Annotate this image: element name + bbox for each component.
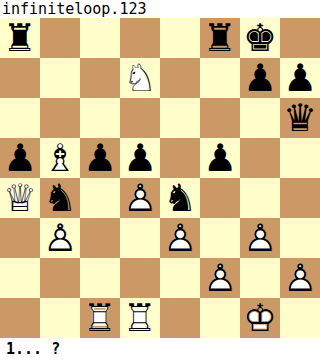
square-f3[interactable] xyxy=(200,218,240,258)
piece-white-rook: ♖ xyxy=(80,298,120,338)
piece-white-king: ♔ xyxy=(240,298,280,338)
square-h2[interactable]: ♟♙ xyxy=(280,258,320,298)
square-b7[interactable] xyxy=(40,58,80,98)
square-c7[interactable] xyxy=(80,58,120,98)
square-h1[interactable] xyxy=(280,298,320,338)
square-h4[interactable] xyxy=(280,178,320,218)
square-a4[interactable]: ♛♕ xyxy=(0,178,40,218)
piece-white-rook: ♖ xyxy=(120,298,160,338)
square-d1[interactable]: ♜♖ xyxy=(120,298,160,338)
square-f2[interactable]: ♟♙ xyxy=(200,258,240,298)
square-a1[interactable] xyxy=(0,298,40,338)
piece-black-queen: ♛ xyxy=(280,98,320,138)
square-b8[interactable] xyxy=(40,18,80,58)
square-a3[interactable] xyxy=(0,218,40,258)
square-f5[interactable]: ♟ xyxy=(200,138,240,178)
square-g8[interactable]: ♚ xyxy=(240,18,280,58)
square-g7[interactable]: ♟ xyxy=(240,58,280,98)
square-g5[interactable] xyxy=(240,138,280,178)
square-d8[interactable] xyxy=(120,18,160,58)
square-e1[interactable] xyxy=(160,298,200,338)
chess-board: ♜♜♚♞♘♟♟♛♟♝♗♟♟♟♛♕♞♟♙♞♟♙♟♙♟♙♟♙♟♙♜♖♜♖♚♔ xyxy=(0,18,320,338)
square-c2[interactable] xyxy=(80,258,120,298)
square-g1[interactable]: ♚♔ xyxy=(240,298,280,338)
square-d7[interactable]: ♞♘ xyxy=(120,58,160,98)
square-e2[interactable] xyxy=(160,258,200,298)
square-f4[interactable] xyxy=(200,178,240,218)
square-f6[interactable] xyxy=(200,98,240,138)
square-f1[interactable] xyxy=(200,298,240,338)
piece-white-pawn: ♙ xyxy=(120,178,160,218)
square-b2[interactable] xyxy=(40,258,80,298)
piece-black-knight: ♞ xyxy=(160,178,200,218)
square-b1[interactable] xyxy=(40,298,80,338)
square-g2[interactable] xyxy=(240,258,280,298)
square-b4[interactable]: ♞ xyxy=(40,178,80,218)
square-a2[interactable] xyxy=(0,258,40,298)
square-b3[interactable]: ♟♙ xyxy=(40,218,80,258)
square-c3[interactable] xyxy=(80,218,120,258)
square-g6[interactable] xyxy=(240,98,280,138)
piece-white-pawn: ♙ xyxy=(40,218,80,258)
square-e6[interactable] xyxy=(160,98,200,138)
square-d6[interactable] xyxy=(120,98,160,138)
square-a8[interactable]: ♜ xyxy=(0,18,40,58)
square-d3[interactable] xyxy=(120,218,160,258)
piece-white-pawn: ♙ xyxy=(160,218,200,258)
square-a5[interactable]: ♟ xyxy=(0,138,40,178)
square-d4[interactable]: ♟♙ xyxy=(120,178,160,218)
piece-white-queen: ♕ xyxy=(0,178,40,218)
piece-white-pawn: ♙ xyxy=(200,258,240,298)
piece-black-pawn: ♟ xyxy=(120,138,160,178)
piece-white-pawn: ♙ xyxy=(280,258,320,298)
square-h6[interactable]: ♛ xyxy=(280,98,320,138)
square-e4[interactable]: ♞ xyxy=(160,178,200,218)
piece-black-rook: ♜ xyxy=(0,18,40,58)
piece-black-pawn: ♟ xyxy=(0,138,40,178)
square-h5[interactable] xyxy=(280,138,320,178)
square-e5[interactable] xyxy=(160,138,200,178)
square-a6[interactable] xyxy=(0,98,40,138)
piece-white-knight: ♘ xyxy=(120,58,160,98)
piece-black-pawn: ♟ xyxy=(80,138,120,178)
piece-black-rook: ♜ xyxy=(200,18,240,58)
square-g3[interactable]: ♟♙ xyxy=(240,218,280,258)
square-b6[interactable] xyxy=(40,98,80,138)
square-b5[interactable]: ♝♗ xyxy=(40,138,80,178)
square-h3[interactable] xyxy=(280,218,320,258)
square-d2[interactable] xyxy=(120,258,160,298)
piece-black-king: ♚ xyxy=(240,18,280,58)
square-f8[interactable]: ♜ xyxy=(200,18,240,58)
piece-white-pawn: ♙ xyxy=(240,218,280,258)
piece-black-pawn: ♟ xyxy=(280,58,320,98)
square-h7[interactable]: ♟ xyxy=(280,58,320,98)
square-c6[interactable] xyxy=(80,98,120,138)
square-c8[interactable] xyxy=(80,18,120,58)
square-e7[interactable] xyxy=(160,58,200,98)
piece-white-bishop: ♗ xyxy=(40,138,80,178)
square-f7[interactable] xyxy=(200,58,240,98)
move-prompt: 1... ? xyxy=(0,338,320,360)
square-c5[interactable]: ♟ xyxy=(80,138,120,178)
square-c4[interactable] xyxy=(80,178,120,218)
square-a7[interactable] xyxy=(0,58,40,98)
piece-black-pawn: ♟ xyxy=(200,138,240,178)
square-g4[interactable] xyxy=(240,178,280,218)
square-c1[interactable]: ♜♖ xyxy=(80,298,120,338)
square-e3[interactable]: ♟♙ xyxy=(160,218,200,258)
piece-black-pawn: ♟ xyxy=(240,58,280,98)
square-d5[interactable]: ♟ xyxy=(120,138,160,178)
square-e8[interactable] xyxy=(160,18,200,58)
piece-black-knight: ♞ xyxy=(40,178,80,218)
square-h8[interactable] xyxy=(280,18,320,58)
